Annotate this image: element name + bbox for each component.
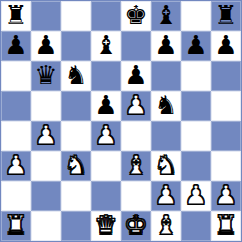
square-f8[interactable]: ♝ — [151, 1, 181, 31]
square-f3[interactable]: ♞ — [151, 151, 181, 181]
square-a2[interactable] — [1, 181, 31, 211]
square-h8[interactable]: ♜ — [211, 1, 241, 31]
square-b7[interactable]: ♟ — [31, 31, 61, 61]
square-c8[interactable] — [61, 1, 91, 31]
square-e3[interactable]: ♝ — [121, 151, 151, 181]
square-g5[interactable] — [181, 91, 211, 121]
square-h4[interactable] — [211, 121, 241, 151]
square-b5[interactable] — [31, 91, 61, 121]
piece-black-rook: ♜ — [4, 1, 27, 30]
piece-black-pawn: ♟ — [214, 31, 237, 60]
square-e8[interactable]: ♚ — [121, 1, 151, 31]
piece-white-pawn: ♟ — [154, 181, 177, 210]
square-g4[interactable] — [181, 121, 211, 151]
square-b2[interactable] — [31, 181, 61, 211]
square-a3[interactable]: ♟ — [1, 151, 31, 181]
square-e6[interactable]: ♟ — [121, 61, 151, 91]
square-b3[interactable] — [31, 151, 61, 181]
piece-white-pawn: ♟ — [124, 91, 147, 120]
piece-white-pawn: ♟ — [4, 151, 27, 180]
square-g3[interactable] — [181, 151, 211, 181]
square-f4[interactable] — [151, 121, 181, 151]
square-a6[interactable] — [1, 61, 31, 91]
square-f5[interactable]: ♞ — [151, 91, 181, 121]
square-c5[interactable] — [61, 91, 91, 121]
piece-white-rook: ♜ — [214, 211, 237, 240]
piece-white-bishop: ♝ — [154, 211, 177, 240]
square-c7[interactable] — [61, 31, 91, 61]
square-g1[interactable] — [181, 211, 211, 241]
square-d5[interactable]: ♟ — [91, 91, 121, 121]
square-a8[interactable]: ♜ — [1, 1, 31, 31]
square-c1[interactable] — [61, 211, 91, 241]
square-f1[interactable]: ♝ — [151, 211, 181, 241]
square-h6[interactable] — [211, 61, 241, 91]
piece-white-king: ♚ — [124, 211, 147, 240]
square-d8[interactable] — [91, 1, 121, 31]
piece-black-pawn: ♟ — [34, 31, 57, 60]
square-h7[interactable]: ♟ — [211, 31, 241, 61]
square-f7[interactable]: ♟ — [151, 31, 181, 61]
piece-white-knight: ♞ — [154, 151, 177, 180]
chess-board: ♜♚♝♜♟♟♝♟♟♟♛♞♟♟♟♞♟♟♟♞♝♞♟♟♟♜♛♚♝♜ — [0, 0, 242, 242]
piece-black-pawn: ♟ — [184, 31, 207, 60]
square-e4[interactable] — [121, 121, 151, 151]
piece-black-bishop: ♝ — [94, 31, 117, 60]
square-a5[interactable] — [1, 91, 31, 121]
square-f6[interactable] — [151, 61, 181, 91]
piece-black-pawn: ♟ — [4, 31, 27, 60]
square-d4[interactable]: ♟ — [91, 121, 121, 151]
piece-white-pawn: ♟ — [34, 121, 57, 150]
square-b1[interactable] — [31, 211, 61, 241]
square-d7[interactable]: ♝ — [91, 31, 121, 61]
piece-white-pawn: ♟ — [94, 121, 117, 150]
piece-black-knight: ♞ — [64, 61, 87, 90]
square-a7[interactable]: ♟ — [1, 31, 31, 61]
piece-black-pawn: ♟ — [124, 61, 147, 90]
piece-white-rook: ♜ — [4, 211, 27, 240]
piece-white-pawn: ♟ — [184, 181, 207, 210]
piece-white-knight: ♞ — [64, 151, 87, 180]
square-e2[interactable] — [121, 181, 151, 211]
square-h3[interactable] — [211, 151, 241, 181]
square-g6[interactable] — [181, 61, 211, 91]
piece-black-pawn: ♟ — [94, 91, 117, 120]
square-e5[interactable]: ♟ — [121, 91, 151, 121]
square-a1[interactable]: ♜ — [1, 211, 31, 241]
square-d1[interactable]: ♛ — [91, 211, 121, 241]
square-b8[interactable] — [31, 1, 61, 31]
square-h5[interactable] — [211, 91, 241, 121]
square-e7[interactable] — [121, 31, 151, 61]
square-e1[interactable]: ♚ — [121, 211, 151, 241]
square-g8[interactable] — [181, 1, 211, 31]
square-f2[interactable]: ♟ — [151, 181, 181, 211]
square-a4[interactable] — [1, 121, 31, 151]
piece-black-pawn: ♟ — [154, 31, 177, 60]
square-d3[interactable] — [91, 151, 121, 181]
square-c6[interactable]: ♞ — [61, 61, 91, 91]
square-c4[interactable] — [61, 121, 91, 151]
piece-black-king: ♚ — [124, 1, 147, 30]
square-c2[interactable] — [61, 181, 91, 211]
square-d6[interactable] — [91, 61, 121, 91]
piece-black-queen: ♛ — [34, 61, 57, 90]
piece-black-rook: ♜ — [214, 1, 237, 30]
square-c3[interactable]: ♞ — [61, 151, 91, 181]
square-g2[interactable]: ♟ — [181, 181, 211, 211]
piece-white-bishop: ♝ — [124, 151, 147, 180]
square-d2[interactable] — [91, 181, 121, 211]
piece-white-queen: ♛ — [94, 211, 117, 240]
square-h2[interactable]: ♟ — [211, 181, 241, 211]
square-g7[interactable]: ♟ — [181, 31, 211, 61]
square-h1[interactable]: ♜ — [211, 211, 241, 241]
square-b4[interactable]: ♟ — [31, 121, 61, 151]
piece-black-knight: ♞ — [154, 91, 177, 120]
square-b6[interactable]: ♛ — [31, 61, 61, 91]
piece-white-pawn: ♟ — [214, 181, 237, 210]
piece-black-bishop: ♝ — [154, 1, 177, 30]
